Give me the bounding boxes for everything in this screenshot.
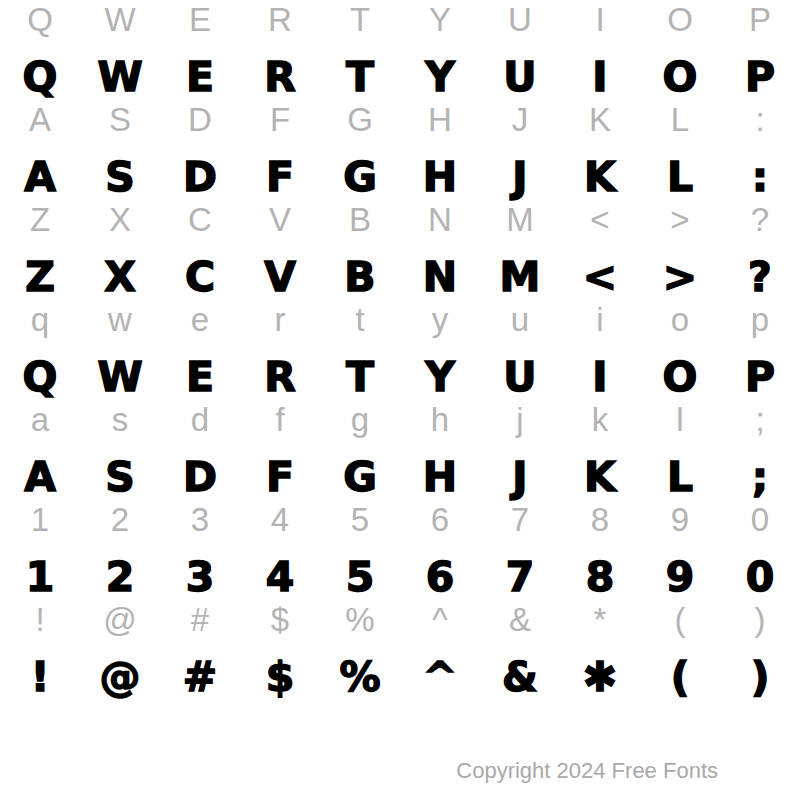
glyph-cell: B — [320, 247, 400, 307]
glyph-cell: G — [320, 147, 400, 207]
glyph-cell: E — [160, 347, 240, 407]
glyph-cell: A — [0, 147, 80, 207]
glyph-cell: F — [240, 147, 320, 207]
glyph-cell: M — [480, 247, 560, 307]
glyph-cell: I — [560, 347, 640, 407]
glyph-cell: ; — [720, 447, 800, 507]
glyph-cell: J — [480, 147, 560, 207]
glyph-cell: 5 — [320, 547, 400, 607]
glyph-cell: W — [80, 0, 160, 40]
specimen-rows: QWERTYUIOPQWERTYUIOPASDFGHJKL:ASDFGHJKL:… — [0, 0, 800, 700]
specimen-row-black: QWERTYUIOP — [0, 40, 800, 100]
glyph-cell: T — [320, 347, 400, 407]
glyph-cell: U — [480, 47, 560, 107]
glyph-cell: N — [400, 247, 480, 307]
glyph-cell: P — [720, 347, 800, 407]
glyph-cell: L — [640, 447, 720, 507]
specimen-row-black: ASDFGHJKL; — [0, 440, 800, 500]
specimen-row-gray: QWERTYUIOP — [0, 0, 800, 40]
specimen-row-black: 1234567890 — [0, 540, 800, 600]
glyph-cell: P — [720, 47, 800, 107]
glyph-cell: Y — [400, 47, 480, 107]
glyph-cell: K — [560, 447, 640, 507]
glyph-cell: E — [160, 47, 240, 107]
glyph-cell: W — [80, 347, 160, 407]
glyph-cell: 2 — [80, 547, 160, 607]
glyph-cell: ) — [720, 647, 800, 707]
glyph-cell: J — [480, 447, 560, 507]
specimen-row-black: !@#$%^&✱() — [0, 640, 800, 700]
font-specimen-sheet: QWERTYUIOPQWERTYUIOPASDFGHJKL:ASDFGHJKL:… — [0, 0, 800, 800]
glyph-cell: R — [240, 347, 320, 407]
glyph-cell: O — [640, 0, 720, 40]
glyph-cell: < — [560, 247, 640, 307]
glyph-cell: R — [240, 47, 320, 107]
glyph-cell: 8 — [560, 547, 640, 607]
glyph-cell: Z — [0, 247, 80, 307]
glyph-cell: Q — [0, 47, 80, 107]
glyph-cell: % — [320, 647, 400, 707]
specimen-row-black: ZXCVBNM<>? — [0, 240, 800, 300]
glyph-cell: P — [720, 0, 800, 40]
specimen-row-black: QWERTYUIOP — [0, 340, 800, 400]
glyph-cell: K — [560, 147, 640, 207]
glyph-cell: 9 — [640, 547, 720, 607]
glyph-cell: 3 — [160, 547, 240, 607]
glyph-cell: Q — [0, 347, 80, 407]
glyph-cell: S — [80, 147, 160, 207]
glyph-cell: D — [160, 447, 240, 507]
glyph-cell: D — [160, 147, 240, 207]
glyph-cell: H — [400, 147, 480, 207]
glyph-cell: O — [640, 347, 720, 407]
glyph-cell: A — [0, 447, 80, 507]
glyph-cell: : — [720, 147, 800, 207]
glyph-cell: ✱ — [560, 647, 640, 707]
glyph-cell: Y — [400, 0, 480, 40]
glyph-cell: Q — [0, 0, 80, 40]
glyph-cell: # — [160, 647, 240, 707]
glyph-cell: H — [400, 447, 480, 507]
glyph-cell: O — [640, 47, 720, 107]
glyph-cell: C — [160, 247, 240, 307]
glyph-cell: V — [240, 247, 320, 307]
glyph-cell: ? — [720, 247, 800, 307]
glyph-cell: U — [480, 347, 560, 407]
glyph-cell: X — [80, 247, 160, 307]
glyph-cell: 7 — [480, 547, 560, 607]
glyph-cell: L — [640, 147, 720, 207]
specimen-row-black: ASDFGHJKL: — [0, 140, 800, 200]
glyph-cell: U — [480, 0, 560, 40]
glyph-cell: T — [320, 0, 400, 40]
glyph-cell: Y — [400, 347, 480, 407]
glyph-cell: 4 — [240, 547, 320, 607]
glyph-cell: @ — [80, 647, 160, 707]
copyright-text: Copyright 2024 Free Fonts — [456, 758, 718, 784]
glyph-cell: ^ — [400, 647, 480, 707]
glyph-cell: W — [80, 47, 160, 107]
glyph-cell: F — [240, 447, 320, 507]
glyph-cell: ( — [640, 647, 720, 707]
glyph-cell: R — [240, 0, 320, 40]
glyph-cell: 1 — [0, 547, 80, 607]
glyph-cell: $ — [240, 647, 320, 707]
glyph-cell: I — [560, 0, 640, 40]
glyph-cell: I — [560, 47, 640, 107]
glyph-cell: & — [480, 647, 560, 707]
glyph-cell: ! — [0, 647, 80, 707]
glyph-cell: > — [640, 247, 720, 307]
glyph-cell: E — [160, 0, 240, 40]
glyph-cell: 6 — [400, 547, 480, 607]
glyph-cell: G — [320, 447, 400, 507]
glyph-cell: T — [320, 47, 400, 107]
glyph-cell: S — [80, 447, 160, 507]
glyph-cell: 0 — [720, 547, 800, 607]
